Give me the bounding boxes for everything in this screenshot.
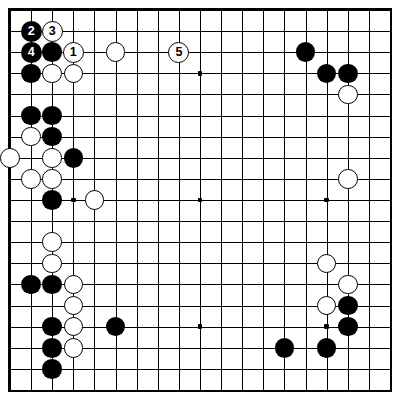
- stones-layer: 23415: [0, 0, 400, 400]
- stone-black: [275, 338, 295, 358]
- stone-black: [42, 338, 62, 358]
- stone-white: [64, 64, 84, 84]
- stone-black: [21, 275, 41, 295]
- stone-white: [42, 64, 62, 84]
- stone-white: [64, 275, 84, 295]
- stone-black: [42, 190, 62, 210]
- stone-white: [42, 169, 62, 189]
- stone-white: [64, 338, 84, 358]
- stone-black: [42, 106, 62, 126]
- stone-black: [296, 42, 316, 62]
- stone-white: [317, 254, 337, 274]
- stone-black: [21, 106, 41, 126]
- stone-white: [64, 317, 84, 337]
- stone-black-move-4: 4: [21, 42, 42, 63]
- stone-white-move-1: 1: [63, 42, 84, 63]
- stone-black: [42, 359, 62, 379]
- stone-black: [106, 317, 126, 337]
- stone-black: [338, 296, 358, 316]
- go-board-diagram: 23415: [0, 0, 400, 400]
- stone-white: [317, 296, 337, 316]
- stone-black: [64, 148, 84, 168]
- stone-black: [42, 317, 62, 337]
- stone-white: [42, 232, 62, 252]
- stone-black: [42, 42, 62, 62]
- stone-white: [338, 275, 358, 295]
- stone-white: [21, 127, 41, 147]
- stone-black: [338, 317, 358, 337]
- star-point: [198, 71, 203, 76]
- stone-black: [317, 64, 337, 84]
- stone-white: [64, 296, 84, 316]
- star-point: [198, 324, 203, 329]
- stone-black: [42, 127, 62, 147]
- stone-black: [317, 338, 337, 358]
- star-point: [324, 324, 329, 329]
- stone-white: [42, 148, 62, 168]
- star-point: [324, 198, 329, 203]
- stone-white-move-3: 3: [42, 21, 63, 42]
- stone-white: [21, 169, 41, 189]
- stone-black: [338, 64, 358, 84]
- stone-white: [85, 190, 105, 210]
- stone-black-move-2: 2: [21, 21, 42, 42]
- stone-white: [42, 254, 62, 274]
- stone-black: [21, 64, 41, 84]
- stone-white-move-5: 5: [168, 42, 189, 63]
- star-point: [198, 198, 203, 203]
- stone-white: [0, 148, 20, 168]
- stone-black: [42, 275, 62, 295]
- star-point: [71, 198, 76, 203]
- stone-white: [338, 169, 358, 189]
- stone-white: [106, 42, 126, 62]
- stone-white: [338, 85, 358, 105]
